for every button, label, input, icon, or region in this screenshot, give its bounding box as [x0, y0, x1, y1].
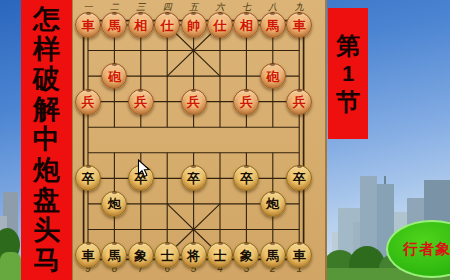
piece-red-pawn[interactable]: 兵	[128, 89, 154, 115]
file-labels-top: 一 二 三 四 五 六 七 八 九	[75, 3, 313, 12]
section-number-banner: 第 1 节	[328, 8, 368, 139]
file-label: 一	[75, 3, 101, 12]
piece-black-pawn[interactable]: 卒	[181, 165, 207, 191]
piece-red-pawn[interactable]: 兵	[286, 89, 312, 115]
city-skyline-left	[0, 0, 21, 280]
piece-black-elephant[interactable]: 象	[233, 242, 259, 268]
piece-red-pawn[interactable]: 兵	[233, 89, 259, 115]
piece-red-horse[interactable]: 馬	[101, 12, 127, 38]
piece-black-horse[interactable]: 馬	[101, 242, 127, 268]
piece-black-rook[interactable]: 車	[75, 242, 101, 268]
piece-red-rook[interactable]: 車	[75, 12, 101, 38]
piece-black-king[interactable]: 将	[181, 242, 207, 268]
piece-black-cannon[interactable]: 炮	[101, 191, 127, 217]
piece-red-horse[interactable]: 馬	[260, 12, 286, 38]
piece-red-advisor[interactable]: 仕	[154, 12, 180, 38]
grass	[0, 252, 21, 280]
title-char: 盘	[33, 187, 60, 214]
section-char: 1	[342, 63, 354, 85]
section-char: 第	[336, 34, 360, 58]
piece-black-pawn[interactable]: 卒	[286, 165, 312, 191]
xiangqi-board[interactable]: 一 二 三 四 五 六 七 八 九 9 8 7 6 5 4 3 2 1 車馬相仕…	[72, 0, 327, 280]
piece-red-cannon[interactable]: 砲	[101, 63, 127, 89]
piece-red-advisor[interactable]: 仕	[207, 12, 233, 38]
piece-red-rook[interactable]: 車	[286, 12, 312, 38]
piece-red-pawn[interactable]: 兵	[181, 89, 207, 115]
piece-black-cannon[interactable]: 炮	[260, 191, 286, 217]
piece-red-elephant[interactable]: 相	[233, 12, 259, 38]
file-label: 二	[101, 3, 127, 12]
title-char: 破	[33, 66, 60, 93]
piece-black-elephant[interactable]: 象	[128, 242, 154, 268]
xiangqi-lesson-screen: 怎 样 破 解 中 炮 盘 头 马 一 二 三 四 五 六 七 八 九 9 8 …	[0, 0, 450, 280]
piece-red-cannon[interactable]: 砲	[260, 63, 286, 89]
file-label: 四	[154, 3, 180, 12]
piece-black-rook[interactable]: 車	[286, 242, 312, 268]
file-label: 六	[207, 3, 233, 12]
piece-red-elephant[interactable]: 相	[128, 12, 154, 38]
section-char: 节	[336, 90, 360, 114]
piece-red-pawn[interactable]: 兵	[75, 89, 101, 115]
board-grid	[73, 0, 328, 280]
title-char: 解	[33, 96, 60, 123]
title-char: 中	[33, 126, 60, 153]
file-label: 五	[180, 3, 206, 12]
title-char: 马	[33, 247, 60, 274]
file-label: 八	[260, 3, 286, 12]
title-char: 怎	[33, 6, 60, 33]
file-label: 三	[128, 3, 154, 12]
piece-black-advisor[interactable]: 士	[207, 242, 233, 268]
piece-black-advisor[interactable]: 士	[154, 242, 180, 268]
title-char: 炮	[33, 157, 60, 184]
piece-black-pawn[interactable]: 卒	[75, 165, 101, 191]
title-char: 头	[33, 217, 60, 244]
piece-black-pawn[interactable]: 卒	[233, 165, 259, 191]
mouse-cursor	[137, 159, 151, 179]
channel-name: 行者象棋	[403, 240, 450, 259]
title-char: 样	[33, 36, 60, 63]
file-label: 七	[233, 3, 259, 12]
left-title-banner: 怎 样 破 解 中 炮 盘 头 马	[21, 0, 72, 280]
file-label: 九	[286, 3, 312, 12]
piece-black-horse[interactable]: 馬	[260, 242, 286, 268]
piece-red-king[interactable]: 帥	[181, 12, 207, 38]
